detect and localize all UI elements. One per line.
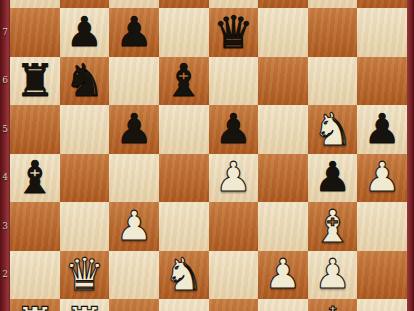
square-d4[interactable] — [159, 154, 209, 203]
square-g5[interactable]: ♞ — [308, 105, 358, 154]
square-h6[interactable] — [357, 57, 407, 106]
square-g2[interactable]: ♟ — [308, 251, 358, 300]
rank-label-7: 7 — [0, 27, 10, 38]
white-pawn-h4[interactable]: ♟ — [357, 154, 407, 203]
rank-label-2: 2 — [0, 269, 10, 280]
black-queen-e7[interactable]: ♛ — [209, 8, 259, 57]
square-b1[interactable]: ♜ — [60, 299, 110, 311]
square-d5[interactable] — [159, 105, 209, 154]
square-h7[interactable] — [357, 8, 407, 57]
square-d8[interactable] — [159, 0, 209, 8]
square-g4[interactable]: ♟ — [308, 154, 358, 203]
rank-label-4: 4 — [0, 172, 10, 183]
square-h1[interactable] — [357, 299, 407, 311]
board-frame-left — [0, 0, 10, 311]
square-f6[interactable] — [258, 57, 308, 106]
square-b4[interactable] — [60, 154, 110, 203]
square-c7[interactable]: ♟ — [109, 8, 159, 57]
white-knight-d2[interactable]: ♞ — [159, 251, 209, 300]
square-h4[interactable]: ♟ — [357, 154, 407, 203]
black-pawn-e5[interactable]: ♟ — [209, 105, 259, 154]
square-g7[interactable] — [308, 8, 358, 57]
square-d3[interactable] — [159, 202, 209, 251]
black-rook-a6[interactable]: ♜ — [10, 57, 60, 106]
square-g8[interactable] — [308, 0, 358, 8]
square-c3[interactable]: ♟ — [109, 202, 159, 251]
black-pawn-h5[interactable]: ♟ — [357, 105, 407, 154]
square-a5[interactable] — [10, 105, 60, 154]
white-bishop-g3[interactable]: ♝ — [308, 202, 358, 251]
square-b5[interactable] — [60, 105, 110, 154]
rank-label-6: 6 — [0, 75, 10, 86]
white-rook-b1[interactable]: ♜ — [60, 299, 110, 311]
chess-board: ♟♟♛♜♞♝♟♟♞♟♝♟♟♟♟♝♛♞♟♟♜♜♚ — [10, 0, 407, 311]
black-pawn-c5[interactable]: ♟ — [109, 105, 159, 154]
square-b8[interactable] — [60, 0, 110, 8]
square-c1[interactable] — [109, 299, 159, 311]
rank-label-3: 3 — [0, 221, 10, 232]
square-g1[interactable]: ♚ — [308, 299, 358, 311]
square-h5[interactable]: ♟ — [357, 105, 407, 154]
square-b2[interactable]: ♛ — [60, 251, 110, 300]
square-e6[interactable] — [209, 57, 259, 106]
square-e4[interactable]: ♟ — [209, 154, 259, 203]
square-a4[interactable]: ♝ — [10, 154, 60, 203]
board-viewport: ♟♟♛♜♞♝♟♟♞♟♝♟♟♟♟♝♛♞♟♟♜♜♚ — [10, 0, 407, 311]
square-e7[interactable]: ♛ — [209, 8, 259, 57]
black-bishop-a4[interactable]: ♝ — [10, 154, 60, 203]
square-g3[interactable]: ♝ — [308, 202, 358, 251]
square-b7[interactable]: ♟ — [60, 8, 110, 57]
square-f2[interactable]: ♟ — [258, 251, 308, 300]
square-c2[interactable] — [109, 251, 159, 300]
black-pawn-g4[interactable]: ♟ — [308, 154, 358, 203]
square-a8[interactable] — [10, 0, 60, 8]
square-f8[interactable] — [258, 0, 308, 8]
black-pawn-c7[interactable]: ♟ — [109, 8, 159, 57]
square-a1[interactable]: ♜ — [10, 299, 60, 311]
square-e5[interactable]: ♟ — [209, 105, 259, 154]
square-g6[interactable] — [308, 57, 358, 106]
square-c4[interactable] — [109, 154, 159, 203]
square-c5[interactable]: ♟ — [109, 105, 159, 154]
square-b3[interactable] — [60, 202, 110, 251]
black-knight-b6[interactable]: ♞ — [60, 57, 110, 106]
white-king-g1[interactable]: ♚ — [308, 299, 358, 311]
square-c8[interactable] — [109, 0, 159, 8]
chess-board-screenshot: ♟♟♛♜♞♝♟♟♞♟♝♟♟♟♟♝♛♞♟♟♜♜♚ 765432 — [0, 0, 414, 311]
white-knight-g5[interactable]: ♞ — [308, 105, 358, 154]
square-c6[interactable] — [109, 57, 159, 106]
square-a3[interactable] — [10, 202, 60, 251]
white-pawn-f2[interactable]: ♟ — [258, 251, 308, 300]
square-f4[interactable] — [258, 154, 308, 203]
square-e1[interactable] — [209, 299, 259, 311]
square-f7[interactable] — [258, 8, 308, 57]
square-d6[interactable]: ♝ — [159, 57, 209, 106]
square-a7[interactable] — [10, 8, 60, 57]
square-f1[interactable] — [258, 299, 308, 311]
white-pawn-c3[interactable]: ♟ — [109, 202, 159, 251]
square-f5[interactable] — [258, 105, 308, 154]
square-f3[interactable] — [258, 202, 308, 251]
square-a2[interactable] — [10, 251, 60, 300]
black-bishop-d6[interactable]: ♝ — [159, 57, 209, 106]
white-pawn-e4[interactable]: ♟ — [209, 154, 259, 203]
white-pawn-g2[interactable]: ♟ — [308, 251, 358, 300]
square-e2[interactable] — [209, 251, 259, 300]
square-d2[interactable]: ♞ — [159, 251, 209, 300]
black-pawn-b7[interactable]: ♟ — [60, 8, 110, 57]
white-rook-a1[interactable]: ♜ — [10, 299, 60, 311]
square-h3[interactable] — [357, 202, 407, 251]
square-h8[interactable] — [357, 0, 407, 8]
rank-label-5: 5 — [0, 124, 10, 135]
square-a6[interactable]: ♜ — [10, 57, 60, 106]
square-h2[interactable] — [357, 251, 407, 300]
board-frame-right — [407, 0, 414, 311]
square-e3[interactable] — [209, 202, 259, 251]
square-b6[interactable]: ♞ — [60, 57, 110, 106]
white-queen-b2[interactable]: ♛ — [60, 251, 110, 300]
square-d7[interactable] — [159, 8, 209, 57]
